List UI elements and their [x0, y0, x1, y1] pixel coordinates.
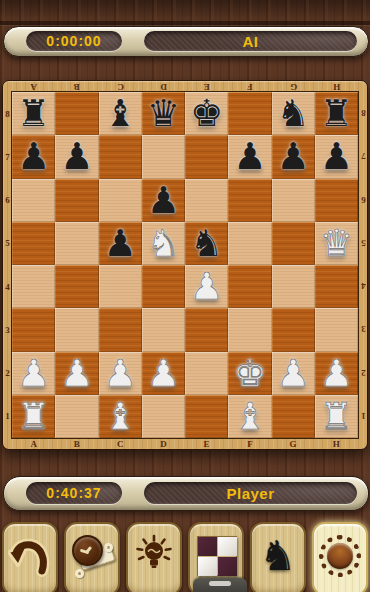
- square-g6[interactable]: [272, 179, 315, 222]
- checker-light-square: [198, 557, 217, 576]
- scroll-curl-bottom: [75, 569, 84, 578]
- piece-black-knight[interactable]: ♞: [272, 92, 315, 135]
- checker-dark-square: [198, 537, 217, 556]
- toolbar: ♞: [0, 522, 370, 592]
- piece-white-queen[interactable]: ♛: [315, 222, 358, 265]
- ai-timer: 0:00:00: [26, 31, 122, 51]
- piece-black-knight[interactable]: ♞: [185, 222, 228, 265]
- square-e4[interactable]: ♟: [185, 265, 228, 308]
- piece-white-pawn[interactable]: ♟: [142, 352, 185, 395]
- square-e2[interactable]: [185, 352, 228, 395]
- square-f8[interactable]: [228, 92, 271, 135]
- square-d1[interactable]: [142, 395, 185, 438]
- square-d8[interactable]: ♛: [142, 92, 185, 135]
- file-label-bottom-f: F: [228, 439, 271, 449]
- file-label-top-d: D: [142, 82, 185, 92]
- square-g4[interactable]: [272, 265, 315, 308]
- file-label-top-e: E: [185, 82, 228, 92]
- piece-white-knight[interactable]: ♞: [142, 222, 185, 265]
- square-e6[interactable]: [185, 179, 228, 222]
- square-g3[interactable]: [272, 308, 315, 351]
- chess-board: ♜♝♛♚♞♜♟♟♟♟♟♟♟♞♞♛♟♟♟♟♟♚♟♟♜♝♝♜ AABBCCDDEEF…: [2, 80, 368, 450]
- wheel-hub: [327, 543, 353, 569]
- file-label-top-h: H: [315, 82, 358, 92]
- square-c4[interactable]: [99, 265, 142, 308]
- piece-black-queen[interactable]: ♛: [142, 92, 185, 135]
- square-b6[interactable]: [55, 179, 98, 222]
- square-f6[interactable]: [228, 179, 271, 222]
- piece-black-pawn[interactable]: ♟: [142, 179, 185, 222]
- square-h4[interactable]: [315, 265, 358, 308]
- square-f2[interactable]: ♚: [228, 352, 271, 395]
- ai-name-label: AI: [243, 33, 259, 50]
- square-b5[interactable]: [55, 222, 98, 265]
- player-name-label: Player: [226, 485, 274, 502]
- board-grid: ♜♝♛♚♞♜♟♟♟♟♟♟♟♞♞♛♟♟♟♟♟♚♟♟♜♝♝♜: [12, 92, 358, 438]
- piece-white-rook[interactable]: ♜: [315, 395, 358, 438]
- square-c3[interactable]: [99, 308, 142, 351]
- lightbulb-icon: [132, 534, 176, 578]
- square-g5[interactable]: [272, 222, 315, 265]
- hint-button[interactable]: [126, 522, 182, 592]
- square-a4[interactable]: [12, 265, 55, 308]
- rank-label-right-1: 1: [359, 395, 368, 438]
- file-label-bottom-b: B: [55, 439, 98, 449]
- moves-history-button[interactable]: [64, 522, 120, 592]
- piece-style-button[interactable]: ♞: [250, 522, 306, 592]
- square-g1[interactable]: [272, 395, 315, 438]
- piece-black-pawn[interactable]: ♟: [228, 135, 271, 178]
- piece-white-pawn[interactable]: ♟: [12, 352, 55, 395]
- piece-white-king[interactable]: ♚: [228, 352, 271, 395]
- rank-label-left-8: 8: [3, 92, 12, 135]
- file-label-bottom-c: C: [99, 439, 142, 449]
- wood-plank-seam: [0, 21, 370, 25]
- square-c7[interactable]: [99, 135, 142, 178]
- opponent-status-bar: 0:00:00 AI: [3, 26, 369, 57]
- piece-black-pawn[interactable]: ♟: [99, 222, 142, 265]
- ai-timer-value: 0:00:00: [46, 33, 101, 49]
- square-a7[interactable]: ♟: [12, 135, 55, 178]
- rank-label-left-2: 2: [3, 352, 12, 395]
- file-label-bottom-d: D: [142, 439, 185, 449]
- rank-label-left-7: 7: [3, 135, 12, 178]
- square-b1[interactable]: [55, 395, 98, 438]
- square-e1[interactable]: [185, 395, 228, 438]
- square-g2[interactable]: ♟: [272, 352, 315, 395]
- square-e5[interactable]: ♞: [185, 222, 228, 265]
- square-d2[interactable]: ♟: [142, 352, 185, 395]
- bottom-sheet-handle[interactable]: [193, 578, 247, 592]
- piece-black-pawn[interactable]: ♟: [272, 135, 315, 178]
- square-b7[interactable]: ♟: [55, 135, 98, 178]
- checker-dark-square: [218, 557, 237, 576]
- scroll-clock-icon: [70, 534, 114, 578]
- piece-black-king[interactable]: ♚: [185, 92, 228, 135]
- piece-white-bishop[interactable]: ♝: [99, 395, 142, 438]
- rank-label-left-3: 3: [3, 308, 12, 351]
- undo-button[interactable]: [2, 522, 58, 592]
- square-e8[interactable]: ♚: [185, 92, 228, 135]
- file-label-bottom-g: G: [272, 439, 315, 449]
- square-c6[interactable]: [99, 179, 142, 222]
- square-d7[interactable]: [142, 135, 185, 178]
- piece-white-pawn[interactable]: ♟: [99, 352, 142, 395]
- ai-name-pill: AI: [144, 31, 357, 51]
- square-g7[interactable]: ♟: [272, 135, 315, 178]
- square-a2[interactable]: ♟: [12, 352, 55, 395]
- piece-black-pawn[interactable]: ♟: [55, 135, 98, 178]
- rank-label-right-4: 4: [359, 265, 368, 308]
- square-a3[interactable]: [12, 308, 55, 351]
- chess-app-screen: 0:00:00 AI ♜♝♛♚♞♜♟♟♟♟♟♟♟♞♞♛♟♟♟♟♟♚♟♟♜♝♝♜ …: [0, 0, 370, 592]
- file-label-top-f: F: [228, 82, 271, 92]
- checkerboard-icon: [194, 534, 238, 578]
- clock-icon: [72, 535, 103, 566]
- file-label-top-c: C: [99, 82, 142, 92]
- rank-label-left-6: 6: [3, 179, 12, 222]
- piece-white-pawn[interactable]: ♟: [55, 352, 98, 395]
- square-h6[interactable]: [315, 179, 358, 222]
- file-label-top-g: G: [272, 82, 315, 92]
- player-timer: 0:40:37: [26, 482, 122, 504]
- square-c2[interactable]: ♟: [99, 352, 142, 395]
- square-e7[interactable]: [185, 135, 228, 178]
- piece-white-pawn[interactable]: ♟: [315, 352, 358, 395]
- square-a5[interactable]: [12, 222, 55, 265]
- square-h2[interactable]: ♟: [315, 352, 358, 395]
- square-c1[interactable]: ♝: [99, 395, 142, 438]
- undo-arrow-icon: [8, 534, 52, 578]
- file-label-bottom-h: H: [315, 439, 358, 449]
- square-h8[interactable]: ♜: [315, 92, 358, 135]
- rank-label-left-4: 4: [3, 265, 12, 308]
- piece-white-pawn[interactable]: ♟: [185, 265, 228, 308]
- square-c8[interactable]: ♝: [99, 92, 142, 135]
- piece-black-rook[interactable]: ♜: [315, 92, 358, 135]
- player-status-bar: 0:40:37 Player: [3, 476, 369, 511]
- square-b2[interactable]: ♟: [55, 352, 98, 395]
- piece-white-pawn[interactable]: ♟: [272, 352, 315, 395]
- square-h7[interactable]: ♟: [315, 135, 358, 178]
- player-name-pill: Player: [144, 482, 357, 504]
- file-label-top-a: A: [12, 82, 55, 92]
- player-timer-value: 0:40:37: [46, 485, 101, 501]
- piece-white-bishop[interactable]: ♝: [228, 395, 271, 438]
- handle-bar: [209, 581, 231, 586]
- rank-label-right-5: 5: [359, 222, 368, 265]
- piece-white-rook[interactable]: ♜: [12, 395, 55, 438]
- settings-button[interactable]: [312, 522, 368, 592]
- square-h3[interactable]: [315, 308, 358, 351]
- wheel-icon: [318, 534, 362, 578]
- rank-label-right-7: 7: [359, 135, 368, 178]
- piece-black-bishop[interactable]: ♝: [99, 92, 142, 135]
- file-label-bottom-a: A: [12, 439, 55, 449]
- file-label-top-b: B: [55, 82, 98, 92]
- rank-label-left-5: 5: [3, 222, 12, 265]
- square-a1[interactable]: ♜: [12, 395, 55, 438]
- square-f5[interactable]: [228, 222, 271, 265]
- square-f7[interactable]: ♟: [228, 135, 271, 178]
- square-b4[interactable]: [55, 265, 98, 308]
- square-b8[interactable]: [55, 92, 98, 135]
- rank-label-left-1: 1: [3, 395, 12, 438]
- rank-label-right-2: 2: [359, 352, 368, 395]
- piece-black-pawn[interactable]: ♟: [315, 135, 358, 178]
- black-knight-icon: ♞: [256, 534, 300, 578]
- square-f4[interactable]: [228, 265, 271, 308]
- square-d3[interactable]: [142, 308, 185, 351]
- checker-light-square: [218, 537, 237, 556]
- square-d6[interactable]: ♟: [142, 179, 185, 222]
- square-c5[interactable]: ♟: [99, 222, 142, 265]
- square-f3[interactable]: [228, 308, 271, 351]
- square-d5[interactable]: ♞: [142, 222, 185, 265]
- rank-label-right-6: 6: [359, 179, 368, 222]
- square-d4[interactable]: [142, 265, 185, 308]
- square-e3[interactable]: [185, 308, 228, 351]
- square-a6[interactable]: [12, 179, 55, 222]
- file-label-bottom-e: E: [185, 439, 228, 449]
- piece-black-pawn[interactable]: ♟: [12, 135, 55, 178]
- rank-label-right-3: 3: [359, 308, 368, 351]
- rank-label-right-8: 8: [359, 92, 368, 135]
- square-f1[interactable]: ♝: [228, 395, 271, 438]
- square-b3[interactable]: [55, 308, 98, 351]
- square-h5[interactable]: ♛: [315, 222, 358, 265]
- piece-black-rook[interactable]: ♜: [12, 92, 55, 135]
- square-g8[interactable]: ♞: [272, 92, 315, 135]
- square-a8[interactable]: ♜: [12, 92, 55, 135]
- square-h1[interactable]: ♜: [315, 395, 358, 438]
